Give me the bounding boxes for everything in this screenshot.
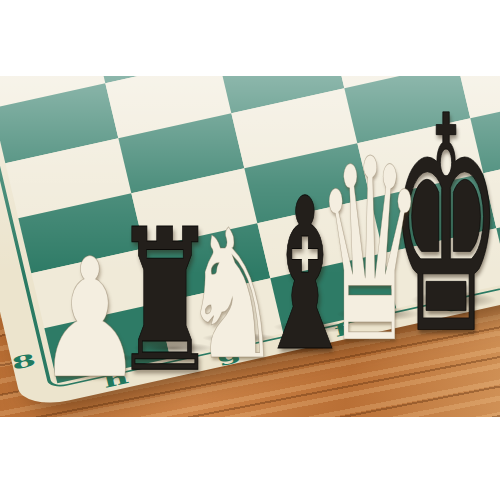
white-pawn-glyph-icon: ♟	[37, 237, 144, 402]
bottom-white-margin	[0, 417, 500, 500]
chess-product-photo: hgfe8 ♚♛♝♞♜♟	[0, 0, 500, 500]
